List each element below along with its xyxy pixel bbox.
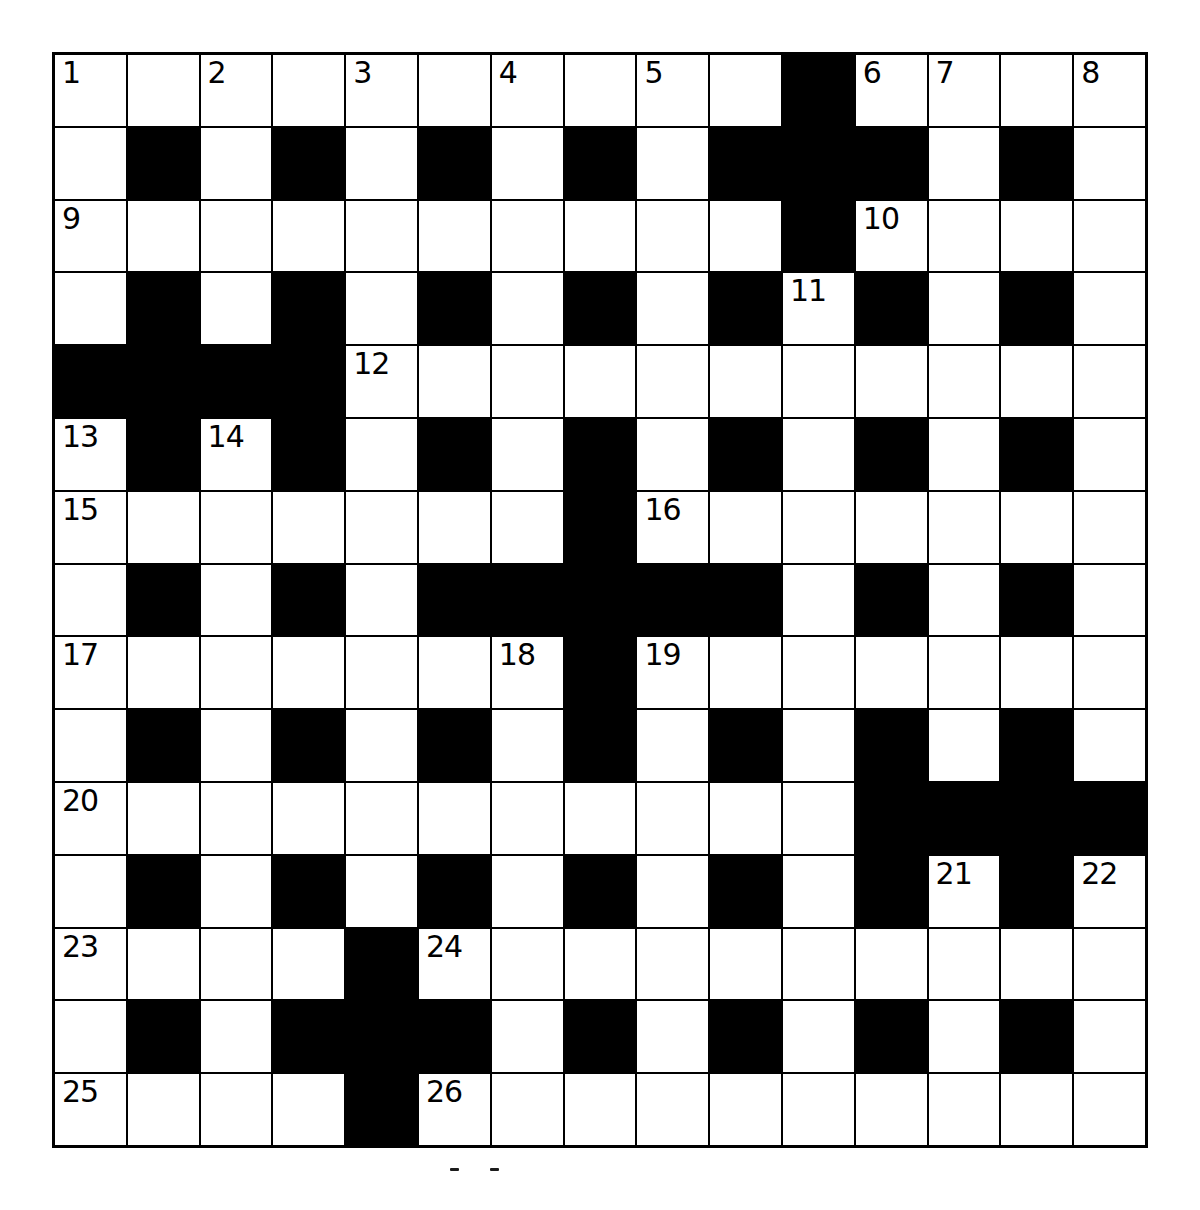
cell-r2c9[interactable] bbox=[637, 128, 708, 199]
cell-r2c10 bbox=[710, 128, 781, 199]
cell-r7c2[interactable] bbox=[128, 492, 199, 563]
cell-r12c6 bbox=[419, 856, 490, 927]
cell-r8c4 bbox=[273, 565, 344, 636]
cell-r6c9[interactable] bbox=[637, 419, 708, 490]
cell-r8c1[interactable] bbox=[55, 565, 126, 636]
cell-r8c2 bbox=[128, 565, 199, 636]
cell-r7c13[interactable] bbox=[929, 492, 1000, 563]
cell-r4c14 bbox=[1001, 273, 1072, 344]
cell-r15c1[interactable]: 25 bbox=[55, 1074, 126, 1145]
cell-r7c8 bbox=[565, 492, 636, 563]
cell-r14c8 bbox=[565, 1001, 636, 1072]
clue-number: 7 bbox=[936, 57, 954, 89]
cell-r10c7[interactable] bbox=[492, 710, 563, 781]
cell-r13c7[interactable] bbox=[492, 929, 563, 1000]
cell-r11c12 bbox=[856, 783, 927, 854]
cell-r8c12 bbox=[856, 565, 927, 636]
cell-r1c12[interactable]: 6 bbox=[856, 55, 927, 126]
cell-r10c5[interactable] bbox=[346, 710, 417, 781]
cell-r3c15[interactable] bbox=[1074, 201, 1145, 272]
cell-r15c2[interactable] bbox=[128, 1074, 199, 1145]
cell-r10c4 bbox=[273, 710, 344, 781]
cell-r13c8[interactable] bbox=[565, 929, 636, 1000]
cell-r12c10 bbox=[710, 856, 781, 927]
cell-r10c13[interactable] bbox=[929, 710, 1000, 781]
cell-r6c5[interactable] bbox=[346, 419, 417, 490]
cell-r1c7[interactable]: 4 bbox=[492, 55, 563, 126]
cell-r10c3[interactable] bbox=[201, 710, 272, 781]
cell-r2c7[interactable] bbox=[492, 128, 563, 199]
cell-r1c9[interactable]: 5 bbox=[637, 55, 708, 126]
cell-r15c13[interactable] bbox=[929, 1074, 1000, 1145]
cell-r4c13[interactable] bbox=[929, 273, 1000, 344]
cell-r14c14 bbox=[1001, 1001, 1072, 1072]
clue-number: 23 bbox=[62, 931, 98, 963]
cell-r12c4 bbox=[273, 856, 344, 927]
cell-r2c1[interactable] bbox=[55, 128, 126, 199]
cell-r10c2 bbox=[128, 710, 199, 781]
cell-r8c5[interactable] bbox=[346, 565, 417, 636]
cell-r4c9[interactable] bbox=[637, 273, 708, 344]
cell-r15c15[interactable] bbox=[1074, 1074, 1145, 1145]
cell-r5c4 bbox=[273, 346, 344, 417]
cell-r6c11[interactable] bbox=[783, 419, 854, 490]
cell-r15c12[interactable] bbox=[856, 1074, 927, 1145]
cell-r9c8 bbox=[565, 637, 636, 708]
cell-r12c13[interactable]: 21 bbox=[929, 856, 1000, 927]
cell-r7c12[interactable] bbox=[856, 492, 927, 563]
cell-r2c13[interactable] bbox=[929, 128, 1000, 199]
crossword-grid: 1234567891011121314151617181920212223242… bbox=[52, 52, 1148, 1148]
cell-r13c3[interactable] bbox=[201, 929, 272, 1000]
cell-r2c5[interactable] bbox=[346, 128, 417, 199]
cell-r6c12 bbox=[856, 419, 927, 490]
cell-r1c3[interactable]: 2 bbox=[201, 55, 272, 126]
cell-r13c12[interactable] bbox=[856, 929, 927, 1000]
cell-r9c12[interactable] bbox=[856, 637, 927, 708]
cell-r2c11 bbox=[783, 128, 854, 199]
cell-r11c1[interactable]: 20 bbox=[55, 783, 126, 854]
cell-r11c10[interactable] bbox=[710, 783, 781, 854]
cell-r9c13[interactable] bbox=[929, 637, 1000, 708]
cell-r8c15[interactable] bbox=[1074, 565, 1145, 636]
cell-r11c4[interactable] bbox=[273, 783, 344, 854]
cell-r11c9[interactable] bbox=[637, 783, 708, 854]
cell-r13c10[interactable] bbox=[710, 929, 781, 1000]
cell-r3c10[interactable] bbox=[710, 201, 781, 272]
cell-r14c6 bbox=[419, 1001, 490, 1072]
cell-r4c3[interactable] bbox=[201, 273, 272, 344]
cell-r4c10 bbox=[710, 273, 781, 344]
page: { "game": "crossword", "rows": 15, "cols… bbox=[0, 0, 1200, 1210]
cell-r4c15[interactable] bbox=[1074, 273, 1145, 344]
cell-r1c4[interactable] bbox=[273, 55, 344, 126]
cell-r4c8 bbox=[565, 273, 636, 344]
cell-r5c5[interactable]: 12 bbox=[346, 346, 417, 417]
cell-r3c9[interactable] bbox=[637, 201, 708, 272]
cell-r14c10 bbox=[710, 1001, 781, 1072]
cell-r7c3[interactable] bbox=[201, 492, 272, 563]
cell-r5c12[interactable] bbox=[856, 346, 927, 417]
clue-number: 17 bbox=[62, 639, 98, 671]
clue-number: 1 bbox=[62, 57, 80, 89]
cell-r10c15[interactable] bbox=[1074, 710, 1145, 781]
cell-r10c14 bbox=[1001, 710, 1072, 781]
cell-r6c10 bbox=[710, 419, 781, 490]
cell-r13c4[interactable] bbox=[273, 929, 344, 1000]
cell-r9c5[interactable] bbox=[346, 637, 417, 708]
cell-r9c4[interactable] bbox=[273, 637, 344, 708]
cell-r11c15 bbox=[1074, 783, 1145, 854]
clue-number: 13 bbox=[62, 421, 98, 453]
cell-r7c14[interactable] bbox=[1001, 492, 1072, 563]
clue-number: 25 bbox=[62, 1076, 98, 1108]
cell-r2c14 bbox=[1001, 128, 1072, 199]
cell-r8c9 bbox=[637, 565, 708, 636]
cell-r9c9[interactable]: 19 bbox=[637, 637, 708, 708]
cell-r11c14 bbox=[1001, 783, 1072, 854]
cell-r7c11[interactable] bbox=[783, 492, 854, 563]
cell-r13c11[interactable] bbox=[783, 929, 854, 1000]
cell-r8c7 bbox=[492, 565, 563, 636]
cell-r13c2[interactable] bbox=[128, 929, 199, 1000]
stray-mark bbox=[450, 1168, 459, 1171]
cell-r5c8[interactable] bbox=[565, 346, 636, 417]
cell-r8c3[interactable] bbox=[201, 565, 272, 636]
clue-number: 16 bbox=[644, 494, 680, 526]
cell-r6c15[interactable] bbox=[1074, 419, 1145, 490]
cell-r15c6[interactable]: 26 bbox=[419, 1074, 490, 1145]
cell-r10c1[interactable] bbox=[55, 710, 126, 781]
cell-r14c7[interactable] bbox=[492, 1001, 563, 1072]
cell-r12c11[interactable] bbox=[783, 856, 854, 927]
cell-r8c10 bbox=[710, 565, 781, 636]
cell-r13c5 bbox=[346, 929, 417, 1000]
cell-r6c14 bbox=[1001, 419, 1072, 490]
cell-r7c9[interactable]: 16 bbox=[637, 492, 708, 563]
cell-r3c7[interactable] bbox=[492, 201, 563, 272]
cell-r12c5[interactable] bbox=[346, 856, 417, 927]
cell-r9c10[interactable] bbox=[710, 637, 781, 708]
cell-r13c14[interactable] bbox=[1001, 929, 1072, 1000]
cell-r9c7[interactable]: 18 bbox=[492, 637, 563, 708]
cell-r6c8 bbox=[565, 419, 636, 490]
cell-r7c5[interactable] bbox=[346, 492, 417, 563]
cell-r6c7[interactable] bbox=[492, 419, 563, 490]
clue-number: 12 bbox=[353, 348, 389, 380]
cell-r11c6[interactable] bbox=[419, 783, 490, 854]
clue-number: 5 bbox=[644, 57, 662, 89]
cell-r15c4[interactable] bbox=[273, 1074, 344, 1145]
cell-r10c6 bbox=[419, 710, 490, 781]
cell-r5c7[interactable] bbox=[492, 346, 563, 417]
cell-r14c3[interactable] bbox=[201, 1001, 272, 1072]
cell-r2c2 bbox=[128, 128, 199, 199]
cell-r3c6[interactable] bbox=[419, 201, 490, 272]
cell-r14c15[interactable] bbox=[1074, 1001, 1145, 1072]
cell-r3c5[interactable] bbox=[346, 201, 417, 272]
cell-r15c3[interactable] bbox=[201, 1074, 272, 1145]
clue-number: 20 bbox=[62, 785, 98, 817]
cell-r10c8 bbox=[565, 710, 636, 781]
clue-number: 24 bbox=[426, 931, 462, 963]
cell-r3c14[interactable] bbox=[1001, 201, 1072, 272]
cell-r11c13 bbox=[929, 783, 1000, 854]
cell-r15c14[interactable] bbox=[1001, 1074, 1072, 1145]
cell-r11c7[interactable] bbox=[492, 783, 563, 854]
cell-r14c2 bbox=[128, 1001, 199, 1072]
cell-r14c4 bbox=[273, 1001, 344, 1072]
cell-r15c5 bbox=[346, 1074, 417, 1145]
cell-r7c6[interactable] bbox=[419, 492, 490, 563]
cell-r5c10[interactable] bbox=[710, 346, 781, 417]
cell-r3c11 bbox=[783, 201, 854, 272]
cell-r15c7[interactable] bbox=[492, 1074, 563, 1145]
cell-r4c1[interactable] bbox=[55, 273, 126, 344]
cell-r2c4 bbox=[273, 128, 344, 199]
cell-r14c13[interactable] bbox=[929, 1001, 1000, 1072]
clue-number: 15 bbox=[62, 494, 98, 526]
cell-r12c2 bbox=[128, 856, 199, 927]
clue-number: 26 bbox=[426, 1076, 462, 1108]
cell-r5c11[interactable] bbox=[783, 346, 854, 417]
cell-r5c13[interactable] bbox=[929, 346, 1000, 417]
clue-number: 11 bbox=[790, 275, 826, 307]
cell-r6c2 bbox=[128, 419, 199, 490]
cell-r12c8 bbox=[565, 856, 636, 927]
cell-r4c12 bbox=[856, 273, 927, 344]
cell-r4c4 bbox=[273, 273, 344, 344]
cell-r1c15[interactable]: 8 bbox=[1074, 55, 1145, 126]
cell-r12c9[interactable] bbox=[637, 856, 708, 927]
cell-r14c9[interactable] bbox=[637, 1001, 708, 1072]
cell-r11c5[interactable] bbox=[346, 783, 417, 854]
cell-r6c4 bbox=[273, 419, 344, 490]
cell-r5c15[interactable] bbox=[1074, 346, 1145, 417]
cell-r12c1[interactable] bbox=[55, 856, 126, 927]
cell-r15c9[interactable] bbox=[637, 1074, 708, 1145]
cell-r13c13[interactable] bbox=[929, 929, 1000, 1000]
cell-r10c11[interactable] bbox=[783, 710, 854, 781]
clue-number: 22 bbox=[1081, 858, 1117, 890]
cell-r4c2 bbox=[128, 273, 199, 344]
cell-r8c6 bbox=[419, 565, 490, 636]
cell-r14c1[interactable] bbox=[55, 1001, 126, 1072]
cell-r15c10[interactable] bbox=[710, 1074, 781, 1145]
clue-number: 4 bbox=[499, 57, 517, 89]
cell-r3c13[interactable] bbox=[929, 201, 1000, 272]
clue-number: 10 bbox=[863, 203, 899, 235]
cell-r15c11[interactable] bbox=[783, 1074, 854, 1145]
cell-r8c14 bbox=[1001, 565, 1072, 636]
clue-number: 3 bbox=[353, 57, 371, 89]
clue-number: 18 bbox=[499, 639, 535, 671]
cell-r11c11[interactable] bbox=[783, 783, 854, 854]
clue-number: 6 bbox=[863, 57, 881, 89]
cell-r13c1[interactable]: 23 bbox=[55, 929, 126, 1000]
cell-r8c13[interactable] bbox=[929, 565, 1000, 636]
cell-r4c6 bbox=[419, 273, 490, 344]
cell-r1c13[interactable]: 7 bbox=[929, 55, 1000, 126]
cell-r15c8[interactable] bbox=[565, 1074, 636, 1145]
cell-r5c2 bbox=[128, 346, 199, 417]
cell-r9c14[interactable] bbox=[1001, 637, 1072, 708]
cell-r1c5[interactable]: 3 bbox=[346, 55, 417, 126]
cell-r1c6[interactable] bbox=[419, 55, 490, 126]
cell-r7c4[interactable] bbox=[273, 492, 344, 563]
cell-r14c5 bbox=[346, 1001, 417, 1072]
cell-r2c8 bbox=[565, 128, 636, 199]
cell-r4c5[interactable] bbox=[346, 273, 417, 344]
cell-r2c15[interactable] bbox=[1074, 128, 1145, 199]
cell-r12c3[interactable] bbox=[201, 856, 272, 927]
clue-number: 8 bbox=[1081, 57, 1099, 89]
cell-r8c11[interactable] bbox=[783, 565, 854, 636]
clue-number: 2 bbox=[208, 57, 226, 89]
cell-r12c12 bbox=[856, 856, 927, 927]
cell-r5c6[interactable] bbox=[419, 346, 490, 417]
cell-r9c2[interactable] bbox=[128, 637, 199, 708]
cell-r8c8 bbox=[565, 565, 636, 636]
cell-r9c11[interactable] bbox=[783, 637, 854, 708]
cell-r13c9[interactable] bbox=[637, 929, 708, 1000]
cell-r10c12 bbox=[856, 710, 927, 781]
cell-r14c11[interactable] bbox=[783, 1001, 854, 1072]
cell-r2c6 bbox=[419, 128, 490, 199]
cell-r3c1[interactable]: 9 bbox=[55, 201, 126, 272]
cell-r9c1[interactable]: 17 bbox=[55, 637, 126, 708]
cell-r11c2[interactable] bbox=[128, 783, 199, 854]
cell-r11c3[interactable] bbox=[201, 783, 272, 854]
cell-r13c6[interactable]: 24 bbox=[419, 929, 490, 1000]
cell-r4c7[interactable] bbox=[492, 273, 563, 344]
cell-r10c9[interactable] bbox=[637, 710, 708, 781]
cell-r6c3[interactable]: 14 bbox=[201, 419, 272, 490]
cell-r9c3[interactable] bbox=[201, 637, 272, 708]
clue-number: 21 bbox=[936, 858, 972, 890]
stray-mark bbox=[490, 1168, 499, 1171]
cell-r7c15[interactable] bbox=[1074, 492, 1145, 563]
cell-r14c12 bbox=[856, 1001, 927, 1072]
cell-r11c8[interactable] bbox=[565, 783, 636, 854]
cell-r7c10[interactable] bbox=[710, 492, 781, 563]
cell-r1c10[interactable] bbox=[710, 55, 781, 126]
cell-r3c3[interactable] bbox=[201, 201, 272, 272]
cell-r12c15[interactable]: 22 bbox=[1074, 856, 1145, 927]
cell-r10c10 bbox=[710, 710, 781, 781]
cell-r4c11[interactable]: 11 bbox=[783, 273, 854, 344]
cell-r3c8[interactable] bbox=[565, 201, 636, 272]
cell-r6c1[interactable]: 13 bbox=[55, 419, 126, 490]
cell-r2c12 bbox=[856, 128, 927, 199]
cell-r1c2[interactable] bbox=[128, 55, 199, 126]
cell-r1c11 bbox=[783, 55, 854, 126]
cell-r6c13[interactable] bbox=[929, 419, 1000, 490]
cell-r1c1[interactable]: 1 bbox=[55, 55, 126, 126]
cell-r13c15[interactable] bbox=[1074, 929, 1145, 1000]
cell-r1c8[interactable] bbox=[565, 55, 636, 126]
cell-r5c3 bbox=[201, 346, 272, 417]
cell-r5c1 bbox=[55, 346, 126, 417]
clue-number: 9 bbox=[62, 203, 80, 235]
cell-r9c15[interactable] bbox=[1074, 637, 1145, 708]
cell-r7c1[interactable]: 15 bbox=[55, 492, 126, 563]
cell-r12c7[interactable] bbox=[492, 856, 563, 927]
cell-r3c2[interactable] bbox=[128, 201, 199, 272]
cell-r5c14[interactable] bbox=[1001, 346, 1072, 417]
cell-r1c14[interactable] bbox=[1001, 55, 1072, 126]
cell-r6c6 bbox=[419, 419, 490, 490]
cell-r5c9[interactable] bbox=[637, 346, 708, 417]
clue-number: 19 bbox=[644, 639, 680, 671]
cell-r3c12[interactable]: 10 bbox=[856, 201, 927, 272]
cell-r12c14 bbox=[1001, 856, 1072, 927]
cell-r7c7[interactable] bbox=[492, 492, 563, 563]
cell-r2c3[interactable] bbox=[201, 128, 272, 199]
cell-r9c6[interactable] bbox=[419, 637, 490, 708]
cell-r3c4[interactable] bbox=[273, 201, 344, 272]
clue-number: 14 bbox=[208, 421, 244, 453]
